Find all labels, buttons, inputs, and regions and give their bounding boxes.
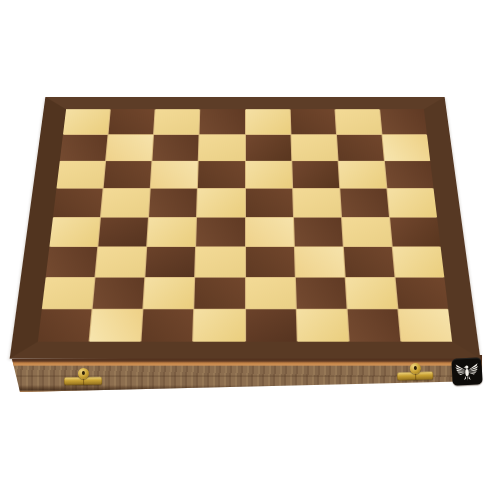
board-square (337, 135, 384, 161)
board-square (149, 189, 197, 217)
board-square (246, 309, 297, 341)
board-square (49, 217, 100, 246)
chess-board (10, 97, 481, 359)
board-square (347, 309, 400, 341)
board-square (144, 277, 195, 308)
board-square (398, 309, 452, 341)
board-square (93, 277, 145, 308)
board-square (146, 247, 196, 277)
board-square (197, 189, 244, 217)
board-square (290, 109, 335, 134)
board-square (154, 109, 199, 134)
brand-emblem (451, 357, 482, 386)
board-square (295, 277, 346, 308)
hinge-pin-hole (413, 366, 416, 370)
board-square (295, 247, 345, 277)
board-square (63, 109, 110, 134)
board-square (390, 217, 441, 246)
board-square (294, 217, 343, 246)
board-square (104, 161, 152, 188)
board-square (196, 217, 244, 246)
board-square (395, 277, 448, 308)
board-square (194, 309, 245, 341)
board-square (387, 189, 437, 217)
board-square (338, 161, 386, 188)
board-square (101, 189, 150, 217)
board-square (245, 135, 290, 161)
hinge-knob-icon (77, 368, 88, 379)
board-square (56, 161, 105, 188)
board-square (200, 109, 245, 134)
board-square (98, 217, 148, 246)
board-square (196, 247, 245, 277)
hinge-pin-hole (81, 371, 84, 375)
board-square (385, 161, 434, 188)
board-square (151, 161, 198, 188)
board-square (245, 109, 290, 134)
hinge-knob-icon (409, 363, 420, 374)
board-square (342, 217, 392, 246)
board-square (153, 135, 199, 161)
brass-hinge-left (64, 368, 102, 386)
board-square (142, 309, 194, 341)
board-square (42, 277, 95, 308)
board-square (147, 217, 196, 246)
board-square (380, 109, 427, 134)
board-square (246, 277, 296, 308)
board-square (96, 247, 147, 277)
board-square (90, 309, 143, 341)
board-square (345, 277, 397, 308)
board-square (195, 277, 245, 308)
board-square (46, 247, 98, 277)
board-square (335, 109, 381, 134)
board-square (291, 135, 337, 161)
board-square (199, 135, 244, 161)
board-square (245, 161, 291, 188)
board-square (296, 309, 348, 341)
board-square (340, 189, 389, 217)
board-square (293, 189, 341, 217)
board-grid (38, 109, 452, 341)
board-square (106, 135, 153, 161)
board-square (198, 161, 244, 188)
eagle-icon (454, 361, 479, 382)
board-square (393, 247, 445, 277)
board-square (60, 135, 108, 161)
board-square (38, 309, 92, 341)
board-square (246, 217, 294, 246)
board-square (246, 247, 295, 277)
board-square (53, 189, 103, 217)
board-square (109, 109, 155, 134)
board-square (382, 135, 430, 161)
brass-hinge-right (397, 362, 434, 380)
board-square (292, 161, 339, 188)
chessboard-photo (0, 0, 500, 500)
board-square (245, 189, 292, 217)
board-square (344, 247, 395, 277)
